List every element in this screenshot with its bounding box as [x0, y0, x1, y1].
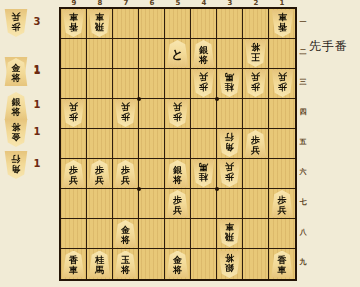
piece-kanji: 香	[69, 255, 78, 265]
gote-pawn-piece[interactable]: 歩兵	[192, 70, 215, 97]
square-9三[interactable]	[61, 69, 87, 99]
sente-pawn-piece[interactable]: 歩兵	[62, 160, 85, 187]
gote-king-piece[interactable]: 王将	[244, 40, 267, 67]
hand-slot: 金将1	[4, 119, 44, 149]
sente-hand-stand: 金将1銀将1	[0, 206, 45, 287]
square-9一[interactable]: 香車	[61, 9, 87, 39]
piece-kanji: 兵	[251, 145, 260, 155]
square-6五[interactable]	[139, 129, 165, 159]
file-label-2: 2	[243, 0, 269, 7]
piece-kanji: 将	[121, 265, 130, 275]
gote-pawn-piece[interactable]: 歩兵	[62, 100, 85, 127]
sente-pawn-piece[interactable]: 歩兵	[88, 160, 111, 187]
piece-kanji: 車	[225, 223, 234, 233]
piece-kanji: 香	[278, 23, 287, 33]
piece-kanji: 将	[12, 73, 21, 83]
gote-lance-piece[interactable]: 香車	[62, 10, 85, 37]
piece-kanji: 車	[278, 13, 287, 23]
square-3八[interactable]: 飛車	[217, 219, 243, 249]
piece-kanji: 歩	[251, 83, 260, 93]
square-3三[interactable]: 桂馬	[217, 69, 243, 99]
piece-kanji: 歩	[278, 83, 287, 93]
square-5九[interactable]: 金将	[165, 249, 191, 279]
file-label-3: 3	[217, 0, 243, 7]
gote-gold-piece[interactable]: 金将	[4, 119, 28, 147]
rank-label-9: 九	[298, 258, 308, 266]
piece-kanji: 桂	[199, 173, 208, 183]
piece-kanji: 兵	[199, 73, 208, 83]
file-label-4: 4	[191, 0, 217, 7]
hand-count: 1	[31, 158, 43, 169]
piece-kanji: 将	[12, 122, 21, 132]
file-label-9: 9	[61, 0, 87, 7]
rank-label-1: 一	[298, 18, 308, 26]
square-8二[interactable]	[87, 39, 113, 69]
square-7五[interactable]	[113, 129, 139, 159]
piece-kanji: 将	[12, 107, 21, 117]
piece-kanji: 車	[69, 13, 78, 23]
sente-pawn-piece[interactable]: 歩兵	[244, 130, 267, 157]
sente-lance-piece[interactable]: 香車	[271, 251, 294, 278]
rank-label-3: 三	[298, 78, 308, 86]
piece-kanji: 王	[251, 53, 260, 63]
gote-pawn-piece[interactable]: 歩兵	[218, 160, 241, 187]
piece-kanji: 兵	[225, 163, 234, 173]
square-5五[interactable]	[165, 129, 191, 159]
gote-pawn-piece[interactable]: 歩兵	[166, 100, 189, 127]
hand-count: 3	[31, 16, 43, 27]
gote-lance-piece[interactable]: 香車	[271, 10, 294, 37]
square-6二[interactable]	[139, 39, 165, 69]
board-grid: 香車飛車香車と銀将王将歩兵桂馬歩兵歩兵歩兵歩兵歩兵角行歩兵歩兵歩兵歩兵銀将桂馬歩…	[61, 9, 295, 279]
square-8五[interactable]	[87, 129, 113, 159]
hoshi-dot	[137, 187, 141, 191]
square-6四[interactable]	[139, 99, 165, 129]
file-label-8: 8	[87, 0, 113, 7]
square-3五[interactable]: 角行	[217, 129, 243, 159]
rank-label-4: 四	[298, 108, 308, 116]
piece-kanji: 兵	[278, 73, 287, 83]
hand-slot: 金将1	[4, 58, 44, 88]
sente-gold-piece[interactable]: 金将	[4, 58, 28, 86]
piece-kanji: 桂	[225, 83, 234, 93]
piece-kanji: 将	[225, 253, 234, 263]
hand-slot: 歩兵3	[4, 9, 44, 39]
square-1一[interactable]: 香車	[269, 9, 295, 39]
square-9八[interactable]	[61, 219, 87, 249]
square-8六[interactable]: 歩兵	[87, 159, 113, 189]
piece-kanji: 行	[225, 133, 234, 143]
sente-knight-piece[interactable]: 桂馬	[88, 251, 111, 278]
square-9九[interactable]: 香車	[61, 249, 87, 279]
rank-label-6: 六	[298, 168, 308, 176]
piece-kanji: 歩	[173, 195, 182, 205]
hand-count: 1	[31, 126, 43, 137]
piece-kanji: 歩	[121, 165, 130, 175]
piece-kanji: 歩	[199, 83, 208, 93]
square-7四[interactable]: 歩兵	[113, 99, 139, 129]
gote-pawn-piece[interactable]: 歩兵	[244, 70, 267, 97]
turn-indicator: 先手番	[309, 39, 359, 53]
piece-kanji: 歩	[69, 165, 78, 175]
piece-kanji: 角	[225, 143, 234, 153]
sente-tokin-piece[interactable]: と	[166, 40, 189, 67]
square-1四[interactable]	[269, 99, 295, 129]
sente-silver-piece[interactable]: 銀将	[166, 160, 189, 187]
square-2五[interactable]: 歩兵	[243, 129, 269, 159]
piece-kanji: 金	[121, 225, 130, 235]
square-1八[interactable]	[269, 219, 295, 249]
piece-kanji: 行	[12, 154, 21, 164]
piece-kanji: 金	[12, 63, 21, 73]
square-7二[interactable]	[113, 39, 139, 69]
square-7八[interactable]: 金将	[113, 219, 139, 249]
piece-kanji: 将	[173, 265, 182, 275]
piece-kanji: 歩	[251, 135, 260, 145]
square-6八[interactable]	[139, 219, 165, 249]
square-7一[interactable]	[113, 9, 139, 39]
piece-kanji: 兵	[173, 103, 182, 113]
piece-kanji: 兵	[278, 205, 287, 215]
piece-kanji: 金	[173, 255, 182, 265]
shogi-app: { "game": "shogi", "position": { "sfen":…	[0, 0, 360, 287]
hand-count: 1	[31, 65, 43, 76]
square-1五[interactable]	[269, 129, 295, 159]
square-4五[interactable]	[191, 129, 217, 159]
sente-silver-piece[interactable]: 銀将	[4, 92, 28, 120]
piece-kanji: 車	[69, 265, 78, 275]
square-6六[interactable]	[139, 159, 165, 189]
piece-kanji: 飛	[95, 23, 104, 33]
square-6九[interactable]	[139, 249, 165, 279]
sente-gold-piece[interactable]: 金将	[166, 251, 189, 278]
square-9七[interactable]	[61, 189, 87, 219]
gote-bishop-piece[interactable]: 角行	[218, 130, 241, 157]
rank-label-7: 七	[298, 198, 308, 206]
square-2三[interactable]: 歩兵	[243, 69, 269, 99]
square-5三[interactable]	[165, 69, 191, 99]
square-5二[interactable]: と	[165, 39, 191, 69]
gote-knight-piece[interactable]: 桂馬	[218, 70, 241, 97]
piece-kanji: 金	[12, 132, 21, 142]
square-5一[interactable]	[165, 9, 191, 39]
gote-rook-piece[interactable]: 飛車	[88, 10, 111, 37]
square-3四[interactable]	[217, 99, 243, 129]
square-8三[interactable]	[87, 69, 113, 99]
piece-kanji: 桂	[95, 255, 104, 265]
piece-kanji: 銀	[173, 165, 182, 175]
file-label-7: 7	[113, 0, 139, 7]
square-3二[interactable]	[217, 39, 243, 69]
piece-kanji: 銀	[12, 97, 21, 107]
piece-kanji: 玉	[121, 255, 130, 265]
gote-bishop-piece[interactable]: 角行	[4, 151, 28, 179]
square-4一[interactable]	[191, 9, 217, 39]
piece-kanji: 将	[251, 43, 260, 53]
square-2二[interactable]: 王将	[243, 39, 269, 69]
gote-pawn-piece[interactable]: 歩兵	[114, 100, 137, 127]
file-label-5: 5	[165, 0, 191, 7]
piece-kanji: 角	[12, 164, 21, 174]
square-3九[interactable]: 銀将	[217, 249, 243, 279]
square-5八[interactable]	[165, 219, 191, 249]
hoshi-dot	[215, 187, 219, 191]
piece-kanji: 銀	[225, 263, 234, 273]
sente-silver-piece[interactable]: 銀将	[192, 40, 215, 67]
piece-kanji: 兵	[173, 205, 182, 215]
square-5七[interactable]: 歩兵	[165, 189, 191, 219]
square-9六[interactable]: 歩兵	[61, 159, 87, 189]
piece-kanji: 銀	[199, 45, 208, 55]
square-1六[interactable]	[269, 159, 295, 189]
rank-label-8: 八	[298, 228, 308, 236]
square-5四[interactable]: 歩兵	[165, 99, 191, 129]
square-8四[interactable]	[87, 99, 113, 129]
piece-kanji: 車	[278, 265, 287, 275]
shogi-board: 香車飛車香車と銀将王将歩兵桂馬歩兵歩兵歩兵歩兵歩兵角行歩兵歩兵歩兵歩兵銀将桂馬歩…	[59, 7, 297, 281]
piece-kanji: と	[171, 48, 183, 61]
rank-label-5: 五	[298, 138, 308, 146]
square-6七[interactable]	[139, 189, 165, 219]
square-5六[interactable]: 銀将	[165, 159, 191, 189]
gote-rook-piece[interactable]: 飛車	[218, 220, 241, 247]
square-4三[interactable]: 歩兵	[191, 69, 217, 99]
square-8九[interactable]: 桂馬	[87, 249, 113, 279]
square-3六[interactable]: 歩兵	[217, 159, 243, 189]
square-8八[interactable]	[87, 219, 113, 249]
piece-kanji: 香	[69, 23, 78, 33]
rank-label-2: 二	[298, 48, 308, 56]
square-4八[interactable]	[191, 219, 217, 249]
square-4七[interactable]	[191, 189, 217, 219]
square-7三[interactable]	[113, 69, 139, 99]
square-9四[interactable]: 歩兵	[61, 99, 87, 129]
hand-slot: 角行1	[4, 151, 44, 181]
square-4二[interactable]: 銀将	[191, 39, 217, 69]
piece-kanji: 兵	[251, 73, 260, 83]
square-4六[interactable]: 桂馬	[191, 159, 217, 189]
piece-kanji: 兵	[95, 175, 104, 185]
file-label-6: 6	[139, 0, 165, 7]
sente-pawn-piece[interactable]: 歩兵	[166, 190, 189, 217]
square-1九[interactable]: 香車	[269, 249, 295, 279]
square-7七[interactable]	[113, 189, 139, 219]
sente-pawn-piece[interactable]: 歩兵	[114, 160, 137, 187]
square-8七[interactable]	[87, 189, 113, 219]
square-2一[interactable]	[243, 9, 269, 39]
square-2八[interactable]	[243, 219, 269, 249]
file-label-1: 1	[269, 0, 295, 7]
sente-lance-piece[interactable]: 香車	[62, 251, 85, 278]
gote-pawn-piece[interactable]: 歩兵	[4, 9, 28, 37]
piece-kanji: 歩	[69, 113, 78, 123]
piece-kanji: 車	[95, 13, 104, 23]
sente-king-piece[interactable]: 玉将	[114, 251, 137, 278]
piece-kanji: 歩	[121, 113, 130, 123]
square-9五[interactable]	[61, 129, 87, 159]
gote-knight-piece[interactable]: 桂馬	[192, 160, 215, 187]
piece-kanji: 兵	[69, 175, 78, 185]
piece-kanji: 兵	[121, 103, 130, 113]
square-3七[interactable]	[217, 189, 243, 219]
sente-pawn-piece[interactable]: 歩兵	[271, 190, 294, 217]
piece-kanji: 兵	[12, 12, 21, 22]
square-2四[interactable]	[243, 99, 269, 129]
square-4九[interactable]	[191, 249, 217, 279]
square-7九[interactable]: 玉将	[113, 249, 139, 279]
square-2七[interactable]	[243, 189, 269, 219]
piece-kanji: 将	[173, 175, 182, 185]
square-1七[interactable]: 歩兵	[269, 189, 295, 219]
piece-kanji: 歩	[278, 195, 287, 205]
hand-slot: 銀将1	[4, 92, 44, 122]
square-7六[interactable]: 歩兵	[113, 159, 139, 189]
sente-gold-piece[interactable]: 金将	[114, 220, 137, 247]
square-1二[interactable]	[269, 39, 295, 69]
piece-kanji: 歩	[173, 113, 182, 123]
square-6三[interactable]	[139, 69, 165, 99]
gote-pawn-piece[interactable]: 歩兵	[271, 70, 294, 97]
square-3一[interactable]	[217, 9, 243, 39]
square-2九[interactable]	[243, 249, 269, 279]
piece-kanji: 歩	[12, 22, 21, 32]
square-4四[interactable]	[191, 99, 217, 129]
piece-kanji: 将	[121, 235, 130, 245]
piece-kanji: 馬	[225, 73, 234, 83]
square-6一[interactable]	[139, 9, 165, 39]
piece-kanji: 馬	[95, 265, 104, 275]
piece-kanji: 兵	[121, 175, 130, 185]
piece-kanji: 兵	[69, 103, 78, 113]
piece-kanji: 飛	[225, 233, 234, 243]
square-2六[interactable]	[243, 159, 269, 189]
square-9二[interactable]	[61, 39, 87, 69]
piece-kanji: 香	[278, 255, 287, 265]
piece-kanji: 歩	[95, 165, 104, 175]
piece-kanji: 歩	[225, 173, 234, 183]
square-8一[interactable]: 飛車	[87, 9, 113, 39]
piece-kanji: 将	[199, 55, 208, 65]
gote-silver-piece[interactable]: 銀将	[218, 251, 241, 278]
hoshi-dot	[215, 97, 219, 101]
hand-count: 1	[31, 99, 43, 110]
square-1三[interactable]: 歩兵	[269, 69, 295, 99]
hoshi-dot	[137, 97, 141, 101]
piece-kanji: 馬	[199, 163, 208, 173]
